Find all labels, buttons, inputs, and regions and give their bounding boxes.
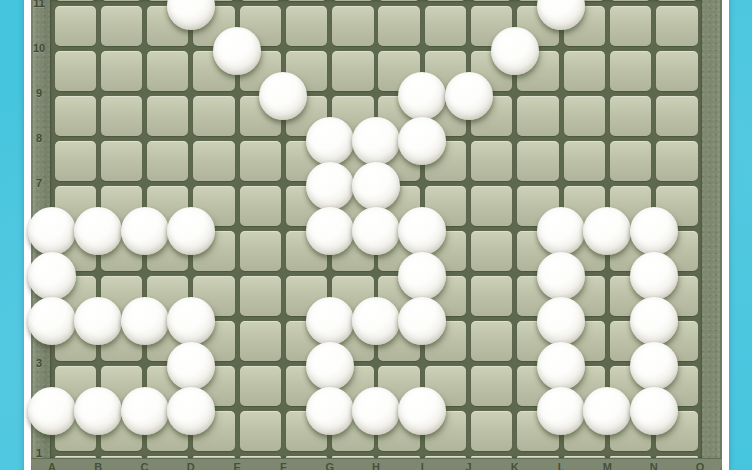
board-cell[interactable] [286, 0, 327, 1]
column-label-M: M [597, 461, 617, 470]
white-stone-J9 [445, 72, 493, 120]
white-stone-G4 [306, 297, 354, 345]
white-stone-B6 [74, 207, 122, 255]
white-stone-A4 [28, 297, 76, 345]
white-stone-N6 [630, 207, 678, 255]
board-cell[interactable] [240, 0, 281, 1]
white-stone-H7 [352, 162, 400, 210]
white-stone-L6 [537, 207, 585, 255]
column-label-D: D [181, 461, 201, 470]
board-cell[interactable] [193, 96, 234, 136]
white-stone-N2 [630, 387, 678, 435]
white-stone-G3 [306, 342, 354, 390]
board-cell[interactable] [55, 6, 96, 46]
white-stone-B4 [74, 297, 122, 345]
board-cell[interactable] [147, 96, 188, 136]
white-stone-H6 [352, 207, 400, 255]
board-cell[interactable] [240, 186, 281, 226]
white-stone-K10 [491, 27, 539, 75]
column-label-H: H [366, 461, 386, 470]
board-cell[interactable] [425, 0, 466, 1]
white-stone-G7 [306, 162, 354, 210]
row-label-10: 10 [29, 41, 49, 55]
column-label-K: K [505, 461, 525, 470]
board-cell[interactable] [378, 6, 419, 46]
white-stone-N5 [630, 252, 678, 300]
white-stone-H8 [352, 117, 400, 165]
board-cell[interactable] [378, 0, 419, 1]
column-label-A: A [42, 461, 62, 470]
white-stone-L5 [537, 252, 585, 300]
board-cell[interactable] [240, 411, 281, 451]
board-cell[interactable] [240, 366, 281, 406]
white-stone-I8 [398, 117, 446, 165]
board-cell[interactable] [332, 51, 373, 91]
board-cell[interactable] [610, 0, 651, 1]
white-stone-D3 [167, 342, 215, 390]
board-cell[interactable] [517, 96, 558, 136]
board-cell[interactable] [656, 141, 697, 181]
board-cell[interactable] [55, 96, 96, 136]
white-stone-D4 [167, 297, 215, 345]
board-cell[interactable] [471, 141, 512, 181]
board-cell[interactable] [471, 321, 512, 361]
white-stone-L2 [537, 387, 585, 435]
white-stone-E10 [213, 27, 261, 75]
board-cell[interactable] [517, 141, 558, 181]
white-stone-N4 [630, 297, 678, 345]
column-label-N: N [644, 461, 664, 470]
white-stone-I4 [398, 297, 446, 345]
white-stone-I9 [398, 72, 446, 120]
white-stone-G6 [306, 207, 354, 255]
board-cell[interactable] [610, 51, 651, 91]
white-stone-L4 [537, 297, 585, 345]
column-label-L: L [551, 461, 571, 470]
white-stone-B2 [74, 387, 122, 435]
board-cell[interactable] [147, 51, 188, 91]
column-label-B: B [88, 461, 108, 470]
row-label-9: 9 [29, 86, 49, 100]
white-stone-C4 [121, 297, 169, 345]
board-cell[interactable] [240, 231, 281, 271]
board-cell[interactable] [101, 0, 142, 1]
white-stone-I2 [398, 387, 446, 435]
white-stone-H4 [352, 297, 400, 345]
board-cell[interactable] [101, 96, 142, 136]
white-stone-A5 [28, 252, 76, 300]
white-stone-L3 [537, 342, 585, 390]
board-cell[interactable] [55, 141, 96, 181]
board-cell[interactable] [471, 276, 512, 316]
board-cell[interactable] [471, 186, 512, 226]
white-stone-H2 [352, 387, 400, 435]
board-cell[interactable] [147, 141, 188, 181]
row-label-11: 11 [29, 0, 49, 10]
board-cell[interactable] [656, 96, 697, 136]
column-label-O: O [690, 461, 710, 470]
board-cell[interactable] [240, 321, 281, 361]
board-cell[interactable] [101, 51, 142, 91]
column-label-E: E [227, 461, 247, 470]
board-cell[interactable] [610, 96, 651, 136]
board-cell[interactable] [101, 141, 142, 181]
white-stone-I6 [398, 207, 446, 255]
white-stone-C6 [121, 207, 169, 255]
white-stone-C2 [121, 387, 169, 435]
board-cell[interactable] [55, 0, 96, 1]
white-stone-N3 [630, 342, 678, 390]
column-label-C: C [135, 461, 155, 470]
board-cell[interactable] [610, 141, 651, 181]
board-cell[interactable] [564, 51, 605, 91]
column-label-J: J [459, 461, 479, 470]
white-stone-G8 [306, 117, 354, 165]
white-stone-G2 [306, 387, 354, 435]
board-cell[interactable] [332, 6, 373, 46]
gomoku-board-screenshot: 1110987654321ABCDEFGHIJKLMNO [0, 0, 752, 470]
board-cell[interactable] [332, 0, 373, 1]
board-cell[interactable] [610, 6, 651, 46]
board-cell[interactable] [240, 141, 281, 181]
white-stone-A2 [28, 387, 76, 435]
row-label-7: 7 [29, 176, 49, 190]
column-label-F: F [273, 461, 293, 470]
board-cell[interactable] [240, 276, 281, 316]
board-cell[interactable] [55, 51, 96, 91]
board-cell[interactable] [471, 366, 512, 406]
row-label-3: 3 [29, 356, 49, 370]
board-cell[interactable] [101, 6, 142, 46]
white-stone-I5 [398, 252, 446, 300]
white-stone-D2 [167, 387, 215, 435]
board-cell[interactable] [656, 0, 697, 1]
board-cell[interactable] [471, 0, 512, 1]
board-cell[interactable] [564, 141, 605, 181]
board-cell[interactable] [286, 6, 327, 46]
board-cell[interactable] [564, 96, 605, 136]
column-label-I: I [412, 461, 432, 470]
row-label-8: 8 [29, 131, 49, 145]
row-label-1: 1 [29, 446, 49, 460]
board-cell[interactable] [193, 141, 234, 181]
white-stone-D6 [167, 207, 215, 255]
white-stone-A6 [28, 207, 76, 255]
column-label-G: G [320, 461, 340, 470]
board-cell[interactable] [425, 6, 466, 46]
board-cell[interactable] [656, 51, 697, 91]
board-cell[interactable] [471, 231, 512, 271]
board-cell[interactable] [656, 6, 697, 46]
board-cell[interactable] [471, 411, 512, 451]
